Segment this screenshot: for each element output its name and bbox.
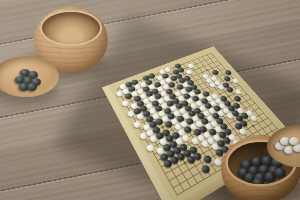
white-stone <box>234 89 242 96</box>
black-stone <box>226 86 234 93</box>
black-stone <box>224 70 232 76</box>
white-stone <box>231 78 239 84</box>
white-stone <box>238 128 247 136</box>
black-stone <box>233 95 242 102</box>
hoshi-point <box>206 69 208 71</box>
white-player-bowl-opening <box>42 12 100 44</box>
black-stone <box>201 164 211 174</box>
black-stone-in-tray <box>252 178 264 184</box>
white-stone-in-tray <box>293 144 300 152</box>
hoshi-point <box>252 125 255 127</box>
white-stone <box>185 69 193 75</box>
black-stone <box>203 155 213 164</box>
white-stone <box>133 121 142 129</box>
hoshi-point <box>161 126 164 128</box>
black-stone-in-tray <box>274 168 286 178</box>
white-stone <box>121 100 130 107</box>
black-stone <box>211 69 219 75</box>
hoshi-point <box>183 162 186 165</box>
white-stone <box>146 143 156 152</box>
white-stone-in-tray <box>289 137 299 145</box>
black-stone <box>223 76 231 82</box>
hoshi-point <box>227 95 230 97</box>
white-stone <box>187 63 195 69</box>
hoshi-point <box>176 82 178 84</box>
black-stone-in-tray <box>27 83 37 91</box>
white-stone <box>249 114 258 122</box>
go-game-scene <box>0 0 300 200</box>
